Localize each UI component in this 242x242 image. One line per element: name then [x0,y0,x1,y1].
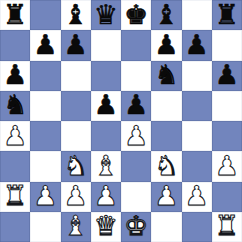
square-a5[interactable]: ♞ [0,91,30,121]
square-e8[interactable]: ♚ [121,0,151,30]
square-a7[interactable] [0,30,30,60]
black-knight-piece: ♞ [3,91,27,118]
black-rook-piece: ♜ [215,1,239,28]
square-h4[interactable] [212,121,242,151]
square-b6[interactable] [30,61,60,91]
white-knight-piece: ♞ [154,152,178,179]
square-a1[interactable] [0,212,30,242]
square-h8[interactable]: ♜ [212,0,242,30]
black-king-piece: ♚ [124,1,148,28]
square-h6[interactable]: ♟ [212,61,242,91]
white-queen-piece: ♛ [94,212,118,239]
square-c4[interactable] [61,121,91,151]
square-a2[interactable]: ♜ [0,182,30,212]
square-c5[interactable] [61,91,91,121]
square-a8[interactable]: ♜ [0,0,30,30]
square-g3[interactable] [182,151,212,181]
white-pawn-piece: ♟ [154,182,178,209]
square-a3[interactable] [0,151,30,181]
square-b2[interactable]: ♟ [30,182,60,212]
square-h7[interactable] [212,30,242,60]
square-g6[interactable] [182,61,212,91]
square-d4[interactable] [91,121,121,151]
square-a6[interactable]: ♟ [0,61,30,91]
white-pawn-piece: ♟ [33,182,57,209]
black-bishop-piece: ♝ [64,1,88,28]
black-rook-piece: ♜ [3,1,27,28]
square-f5[interactable] [151,91,181,121]
black-pawn-piece: ♟ [124,91,148,118]
square-e6[interactable] [121,61,151,91]
square-g7[interactable]: ♟ [182,30,212,60]
black-queen-piece: ♛ [94,1,118,28]
square-h1[interactable]: ♜ [212,212,242,242]
square-d1[interactable]: ♛ [91,212,121,242]
square-d6[interactable] [91,61,121,91]
black-knight-piece: ♞ [154,61,178,88]
square-f6[interactable]: ♞ [151,61,181,91]
square-h5[interactable] [212,91,242,121]
white-pawn-piece: ♟ [64,182,88,209]
square-f3[interactable]: ♞ [151,151,181,181]
square-f2[interactable]: ♟ [151,182,181,212]
square-g2[interactable]: ♟ [182,182,212,212]
square-d5[interactable]: ♟ [91,91,121,121]
square-f1[interactable] [151,212,181,242]
square-e5[interactable]: ♟ [121,91,151,121]
square-d2[interactable]: ♟ [91,182,121,212]
white-pawn-piece: ♟ [185,182,209,209]
black-pawn-piece: ♟ [154,31,178,58]
white-rook-piece: ♜ [215,212,239,239]
square-g4[interactable] [182,121,212,151]
square-b5[interactable] [30,91,60,121]
square-c7[interactable]: ♟ [61,30,91,60]
square-f7[interactable]: ♟ [151,30,181,60]
square-b4[interactable] [30,121,60,151]
square-b3[interactable] [30,151,60,181]
square-e4[interactable]: ♟ [121,121,151,151]
chess-board: ♜♝♛♚♝♜♟♟♟♟♟♞♟♞♟♟♟♟♞♝♞♟♜♟♟♟♟♟♝♛♚♜ [0,0,242,242]
white-knight-piece: ♞ [64,152,88,179]
square-b7[interactable]: ♟ [30,30,60,60]
square-f4[interactable] [151,121,181,151]
black-pawn-piece: ♟ [3,61,27,88]
white-pawn-piece: ♟ [3,122,27,149]
square-b1[interactable] [30,212,60,242]
black-pawn-piece: ♟ [185,31,209,58]
white-pawn-piece: ♟ [215,152,239,179]
square-g8[interactable] [182,0,212,30]
black-pawn-piece: ♟ [94,91,118,118]
square-e3[interactable] [121,151,151,181]
square-c1[interactable]: ♝ [61,212,91,242]
square-g1[interactable] [182,212,212,242]
white-pawn-piece: ♟ [124,122,148,149]
square-c3[interactable]: ♞ [61,151,91,181]
square-c8[interactable]: ♝ [61,0,91,30]
square-d7[interactable] [91,30,121,60]
white-king-piece: ♚ [124,212,148,239]
square-d3[interactable]: ♝ [91,151,121,181]
white-bishop-piece: ♝ [64,212,88,239]
square-g5[interactable] [182,91,212,121]
white-bishop-piece: ♝ [94,152,118,179]
square-h3[interactable]: ♟ [212,151,242,181]
black-bishop-piece: ♝ [154,1,178,28]
white-pawn-piece: ♟ [94,182,118,209]
square-h2[interactable] [212,182,242,212]
square-d8[interactable]: ♛ [91,0,121,30]
black-pawn-piece: ♟ [215,61,239,88]
square-f8[interactable]: ♝ [151,0,181,30]
white-rook-piece: ♜ [3,182,27,209]
square-e2[interactable] [121,182,151,212]
square-b8[interactable] [30,0,60,30]
square-c2[interactable]: ♟ [61,182,91,212]
black-pawn-piece: ♟ [33,31,57,58]
square-c6[interactable] [61,61,91,91]
square-e7[interactable] [121,30,151,60]
square-a4[interactable]: ♟ [0,121,30,151]
square-e1[interactable]: ♚ [121,212,151,242]
black-pawn-piece: ♟ [64,31,88,58]
